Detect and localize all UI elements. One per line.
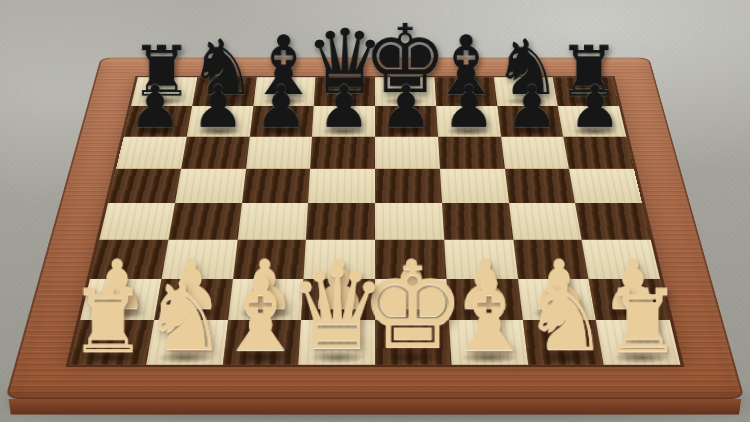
square-g7[interactable]: ♟	[497, 106, 563, 136]
square-g6[interactable]	[501, 136, 570, 168]
piece-black-pawn-g7[interactable]: ♟	[506, 80, 558, 135]
board-squares: ♜♞♝♛♚♝♞♜♟♟♟♟♟♟♟♟♟♟♟♟♟♟♟♟♜♞♝♛♚♝♞♜	[70, 77, 681, 365]
square-h6[interactable]	[563, 136, 633, 168]
square-e6[interactable]	[375, 136, 440, 168]
square-d6[interactable]	[310, 136, 375, 168]
square-d4[interactable]	[306, 203, 375, 240]
square-b7[interactable]: ♟	[187, 106, 253, 136]
square-c5[interactable]	[242, 169, 311, 203]
piece-black-pawn-c7[interactable]: ♟	[255, 80, 307, 135]
square-a1[interactable]: ♜	[70, 320, 154, 365]
square-d1[interactable]: ♛	[299, 320, 375, 365]
square-f6[interactable]	[438, 136, 505, 168]
square-e5[interactable]	[375, 169, 442, 203]
square-h7[interactable]: ♟	[558, 106, 626, 136]
square-b4[interactable]	[168, 203, 241, 240]
square-a7[interactable]: ♟	[124, 106, 192, 136]
piece-black-pawn-f7[interactable]: ♟	[443, 80, 495, 135]
piece-black-pawn-d7[interactable]: ♟	[318, 80, 370, 135]
photo-stage: ♜♞♝♛♚♝♞♜♟♟♟♟♟♟♟♟♟♟♟♟♟♟♟♟♜♞♝♛♚♝♞♜	[0, 0, 750, 422]
piece-black-pawn-e7[interactable]: ♟	[380, 80, 432, 135]
square-e7[interactable]: ♟	[375, 106, 438, 136]
square-c7[interactable]: ♟	[249, 106, 314, 136]
square-a5[interactable]	[108, 169, 181, 203]
square-f1[interactable]: ♝	[449, 320, 528, 365]
square-f7[interactable]: ♟	[436, 106, 501, 136]
chess-board: ♜♞♝♛♚♝♞♜♟♟♟♟♟♟♟♟♟♟♟♟♟♟♟♟♜♞♝♛♚♝♞♜	[5, 58, 745, 399]
board-front-edge	[9, 399, 742, 415]
square-c4[interactable]	[237, 203, 308, 240]
square-h1[interactable]: ♜	[596, 320, 680, 365]
piece-black-pawn-b7[interactable]: ♟	[192, 80, 244, 135]
square-d7[interactable]: ♟	[312, 106, 375, 136]
square-h4[interactable]	[575, 203, 650, 240]
piece-white-bishop-f1[interactable]: ♝	[443, 265, 535, 363]
square-f5[interactable]	[440, 169, 509, 203]
square-b6[interactable]	[181, 136, 250, 168]
piece-black-pawn-a7[interactable]: ♟	[129, 80, 181, 135]
square-g5[interactable]	[504, 169, 575, 203]
square-e4[interactable]	[375, 203, 444, 240]
square-b5[interactable]	[175, 169, 246, 203]
piece-white-rook-h1[interactable]: ♜	[603, 280, 681, 362]
square-f4[interactable]	[442, 203, 513, 240]
square-c1[interactable]: ♝	[222, 320, 301, 365]
piece-black-pawn-h7[interactable]: ♟	[568, 80, 620, 135]
square-a4[interactable]	[99, 203, 174, 240]
square-a6[interactable]	[116, 136, 186, 168]
square-g4[interactable]	[509, 203, 582, 240]
square-c6[interactable]	[246, 136, 313, 168]
piece-white-rook-a1[interactable]: ♜	[69, 280, 147, 362]
square-d5[interactable]	[308, 169, 375, 203]
square-h5[interactable]	[569, 169, 642, 203]
piece-white-bishop-c1[interactable]: ♝	[215, 265, 307, 363]
piece-white-knight-g1[interactable]: ♞	[523, 272, 609, 363]
